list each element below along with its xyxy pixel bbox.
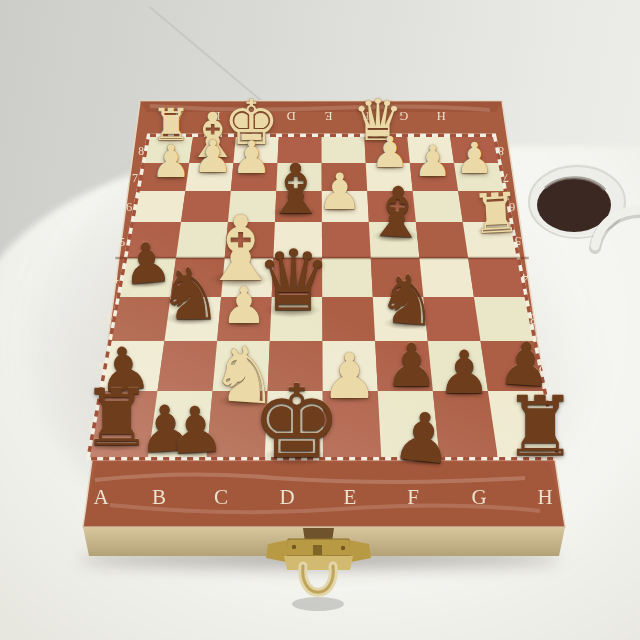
chess-piece-light-pawn[interactable]: ♟ <box>221 281 266 332</box>
chess-piece-light-rook[interactable]: ♜ <box>471 185 523 242</box>
pieces-layer: ♜♝♚♛♟♟♟♟♟♟♟♜♝♟♞♟♝♝♟♞♛♞♟♟♟♟♜♟♟♚♟♜ <box>0 0 640 640</box>
chess-piece-dark-pawn[interactable]: ♟ <box>389 400 456 473</box>
chess-piece-dark-pawn[interactable]: ♟ <box>166 397 226 464</box>
chess-piece-dark-knight[interactable]: ♞ <box>158 259 222 331</box>
chess-piece-dark-pawn[interactable]: ♟ <box>385 335 438 395</box>
chess-piece-dark-pawn[interactable]: ♟ <box>438 342 491 402</box>
chess-piece-dark-knight[interactable]: ♞ <box>374 264 441 337</box>
chess-piece-dark-king[interactable]: ♚ <box>251 371 342 472</box>
chess-piece-dark-rook[interactable]: ♜ <box>503 385 577 468</box>
chess-piece-light-pawn[interactable]: ♟ <box>193 134 233 179</box>
chess-piece-dark-queen[interactable]: ♛ <box>256 239 332 324</box>
chess-piece-light-pawn[interactable]: ♟ <box>371 131 409 174</box>
chess-piece-light-pawn[interactable]: ♟ <box>151 139 191 184</box>
photo-stage: ABCDEFGHABCDEFGH8765432187654321 ♜♝♚♛♟♟♟… <box>0 0 640 640</box>
chess-piece-dark-bishop[interactable]: ♝ <box>364 177 430 249</box>
chess-piece-light-pawn[interactable]: ♟ <box>455 137 493 180</box>
